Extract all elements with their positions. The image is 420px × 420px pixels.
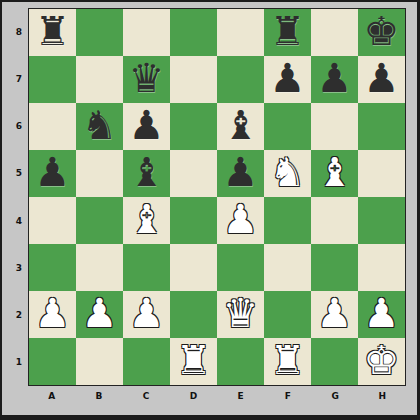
- square-d1[interactable]: ♜: [170, 338, 217, 385]
- rank-label-4: 4: [2, 197, 28, 244]
- square-d7[interactable]: [170, 56, 217, 103]
- file-label-g: G: [312, 389, 359, 403]
- square-g1[interactable]: [311, 338, 358, 385]
- piece-white-knight[interactable]: ♞: [270, 152, 306, 192]
- square-b1[interactable]: [76, 338, 123, 385]
- square-g3[interactable]: [311, 244, 358, 291]
- square-h6[interactable]: [358, 103, 405, 150]
- square-g6[interactable]: [311, 103, 358, 150]
- square-e8[interactable]: [217, 9, 264, 56]
- square-e2[interactable]: ♛: [217, 291, 264, 338]
- square-d4[interactable]: [170, 197, 217, 244]
- square-a3[interactable]: [29, 244, 76, 291]
- square-g7[interactable]: ♟: [311, 56, 358, 103]
- square-e7[interactable]: [217, 56, 264, 103]
- piece-black-pawn[interactable]: ♟: [129, 105, 165, 145]
- rank-label-1: 1: [2, 339, 28, 386]
- piece-black-pawn[interactable]: ♟: [223, 152, 259, 192]
- square-c2[interactable]: ♟: [123, 291, 170, 338]
- piece-white-pawn[interactable]: ♟: [364, 293, 400, 333]
- square-a1[interactable]: [29, 338, 76, 385]
- square-c5[interactable]: ♝: [123, 150, 170, 197]
- square-b3[interactable]: [76, 244, 123, 291]
- square-d8[interactable]: [170, 9, 217, 56]
- square-e6[interactable]: ♝: [217, 103, 264, 150]
- square-h3[interactable]: [358, 244, 405, 291]
- square-d2[interactable]: [170, 291, 217, 338]
- square-f6[interactable]: [264, 103, 311, 150]
- piece-white-pawn[interactable]: ♟: [129, 293, 165, 333]
- square-h1[interactable]: ♚: [358, 338, 405, 385]
- rank-label-6: 6: [2, 103, 28, 150]
- square-d3[interactable]: [170, 244, 217, 291]
- piece-white-rook[interactable]: ♜: [270, 340, 306, 380]
- square-f8[interactable]: ♜: [264, 9, 311, 56]
- rank-label-3: 3: [2, 244, 28, 291]
- square-e4[interactable]: ♟: [217, 197, 264, 244]
- piece-white-rook[interactable]: ♜: [176, 340, 212, 380]
- square-g2[interactable]: ♟: [311, 291, 358, 338]
- square-e1[interactable]: [217, 338, 264, 385]
- square-a8[interactable]: ♜: [29, 9, 76, 56]
- square-h4[interactable]: [358, 197, 405, 244]
- square-a2[interactable]: ♟: [29, 291, 76, 338]
- square-h7[interactable]: ♟: [358, 56, 405, 103]
- square-f1[interactable]: ♜: [264, 338, 311, 385]
- piece-black-king[interactable]: ♚: [364, 11, 400, 51]
- piece-white-pawn[interactable]: ♟: [223, 199, 259, 239]
- piece-black-bishop[interactable]: ♝: [223, 105, 259, 145]
- file-label-f: F: [264, 389, 311, 403]
- square-f3[interactable]: [264, 244, 311, 291]
- file-label-e: E: [217, 389, 264, 403]
- piece-white-king[interactable]: ♚: [364, 340, 400, 380]
- square-a4[interactable]: [29, 197, 76, 244]
- square-c3[interactable]: [123, 244, 170, 291]
- square-b2[interactable]: ♟: [76, 291, 123, 338]
- square-g4[interactable]: [311, 197, 358, 244]
- piece-white-pawn[interactable]: ♟: [35, 293, 71, 333]
- rank-labels: 87654321: [2, 8, 28, 386]
- piece-white-pawn[interactable]: ♟: [317, 293, 353, 333]
- square-c1[interactable]: [123, 338, 170, 385]
- file-label-h: H: [359, 389, 406, 403]
- piece-black-queen[interactable]: ♛: [129, 58, 165, 98]
- piece-black-pawn[interactable]: ♟: [35, 152, 71, 192]
- rank-label-7: 7: [2, 55, 28, 102]
- square-h2[interactable]: ♟: [358, 291, 405, 338]
- file-label-b: B: [75, 389, 122, 403]
- board-grid: ♜♜♚♛♟♟♟♞♟♝♟♝♟♞♝♝♟♟♟♟♛♟♟♜♜♚: [28, 8, 406, 386]
- chess-board-frame: 87654321 ♜♜♚♛♟♟♟♞♟♝♟♝♟♞♝♝♟♟♟♟♛♟♟♜♜♚ ABCD…: [0, 0, 420, 420]
- square-c4[interactable]: ♝: [123, 197, 170, 244]
- square-a7[interactable]: [29, 56, 76, 103]
- piece-black-pawn[interactable]: ♟: [317, 58, 353, 98]
- square-b8[interactable]: [76, 9, 123, 56]
- rank-label-2: 2: [2, 292, 28, 339]
- square-f2[interactable]: [264, 291, 311, 338]
- square-f5[interactable]: ♞: [264, 150, 311, 197]
- square-a6[interactable]: [29, 103, 76, 150]
- piece-black-bishop[interactable]: ♝: [129, 152, 165, 192]
- piece-white-bishop[interactable]: ♝: [317, 152, 353, 192]
- square-b5[interactable]: [76, 150, 123, 197]
- file-label-d: D: [170, 389, 217, 403]
- square-d6[interactable]: [170, 103, 217, 150]
- square-c7[interactable]: ♛: [123, 56, 170, 103]
- file-label-a: A: [28, 389, 75, 403]
- piece-black-rook[interactable]: ♜: [270, 11, 306, 51]
- file-label-c: C: [123, 389, 170, 403]
- square-a5[interactable]: ♟: [29, 150, 76, 197]
- square-d5[interactable]: [170, 150, 217, 197]
- piece-white-bishop[interactable]: ♝: [129, 199, 165, 239]
- square-e3[interactable]: [217, 244, 264, 291]
- square-f7[interactable]: ♟: [264, 56, 311, 103]
- square-h8[interactable]: ♚: [358, 9, 405, 56]
- piece-black-pawn[interactable]: ♟: [364, 58, 400, 98]
- square-g5[interactable]: ♝: [311, 150, 358, 197]
- square-f4[interactable]: [264, 197, 311, 244]
- square-b4[interactable]: [76, 197, 123, 244]
- rank-label-8: 8: [2, 8, 28, 55]
- square-c8[interactable]: [123, 9, 170, 56]
- square-h5[interactable]: [358, 150, 405, 197]
- piece-white-pawn[interactable]: ♟: [82, 293, 118, 333]
- piece-black-knight[interactable]: ♞: [82, 105, 118, 145]
- rank-label-5: 5: [2, 150, 28, 197]
- square-g8[interactable]: [311, 9, 358, 56]
- piece-black-pawn[interactable]: ♟: [270, 58, 306, 98]
- piece-white-queen[interactable]: ♛: [223, 293, 259, 333]
- square-e5[interactable]: ♟: [217, 150, 264, 197]
- square-b7[interactable]: [76, 56, 123, 103]
- piece-black-rook[interactable]: ♜: [35, 11, 71, 51]
- square-b6[interactable]: ♞: [76, 103, 123, 150]
- square-c6[interactable]: ♟: [123, 103, 170, 150]
- file-labels: ABCDEFGH: [28, 389, 406, 403]
